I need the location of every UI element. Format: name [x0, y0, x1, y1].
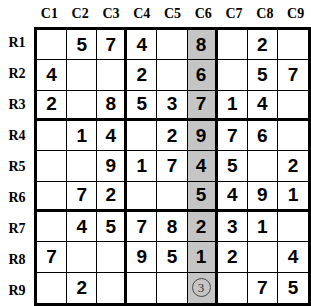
cell-R5C9[interactable]: 2: [278, 151, 308, 181]
cell-R2C4[interactable]: 2: [127, 60, 157, 90]
cell-R8C9[interactable]: 4: [278, 242, 308, 272]
cell-R9C1[interactable]: [37, 273, 67, 303]
row-label-R5: R5: [0, 151, 34, 182]
sudoku-diagram: C1C2C3C4C5C6C7C8C9 R1R2R3R4R5R6R7R8R9 57…: [0, 0, 311, 306]
cell-R2C5[interactable]: [157, 60, 187, 90]
cell-R8C2[interactable]: [67, 242, 97, 272]
cell-R4C4[interactable]: [127, 121, 157, 151]
row-label-R4: R4: [0, 120, 34, 151]
cell-R8C1[interactable]: 7: [37, 242, 67, 272]
col-label-C2: C2: [65, 0, 96, 27]
cell-R3C5[interactable]: 3: [157, 91, 187, 121]
cell-R1C1[interactable]: [37, 30, 67, 60]
cell-R9C4[interactable]: [127, 273, 157, 303]
row-label-R8: R8: [0, 244, 34, 275]
col-label-C6: C6: [188, 0, 219, 27]
row-label-R7: R7: [0, 213, 34, 244]
cell-R7C9[interactable]: [278, 212, 308, 242]
cell-R3C4[interactable]: 5: [127, 91, 157, 121]
col-label-C3: C3: [96, 0, 127, 27]
cell-R3C8[interactable]: 4: [248, 91, 278, 121]
cell-R1C4[interactable]: 4: [127, 30, 157, 60]
row-headers: R1R2R3R4R5R6R7R8R9: [0, 27, 34, 306]
row-label-R3: R3: [0, 89, 34, 120]
cell-R1C2[interactable]: 5: [67, 30, 97, 60]
cell-R1C3[interactable]: 7: [97, 30, 127, 60]
cell-R7C3[interactable]: 5: [97, 212, 127, 242]
cell-R9C3[interactable]: [97, 273, 127, 303]
cell-R7C6[interactable]: 2: [188, 212, 218, 242]
cell-R6C3[interactable]: 2: [97, 182, 127, 212]
cell-R1C7[interactable]: [218, 30, 248, 60]
cell-R2C6[interactable]: 6: [188, 60, 218, 90]
cell-R2C3[interactable]: [97, 60, 127, 90]
cell-R7C4[interactable]: 7: [127, 212, 157, 242]
cell-R1C9[interactable]: [278, 30, 308, 60]
cell-R4C9[interactable]: [278, 121, 308, 151]
cell-R4C1[interactable]: [37, 121, 67, 151]
cell-R6C4[interactable]: [127, 182, 157, 212]
column-headers: C1C2C3C4C5C6C7C8C9: [34, 0, 311, 27]
cell-R8C3[interactable]: [97, 242, 127, 272]
cell-R5C7[interactable]: 5: [218, 151, 248, 181]
cell-R9C6[interactable]: 3: [188, 273, 218, 303]
cell-R2C7[interactable]: [218, 60, 248, 90]
cell-R7C5[interactable]: 8: [157, 212, 187, 242]
cell-R3C1[interactable]: 2: [37, 91, 67, 121]
cell-R7C8[interactable]: 1: [248, 212, 278, 242]
cell-R5C2[interactable]: [67, 151, 97, 181]
col-label-C1: C1: [34, 0, 65, 27]
cell-R7C2[interactable]: 4: [67, 212, 97, 242]
cell-R8C8[interactable]: [248, 242, 278, 272]
cell-R2C2[interactable]: [67, 60, 97, 90]
cell-R6C7[interactable]: 4: [218, 182, 248, 212]
row-label-R9: R9: [0, 275, 34, 306]
cell-R2C9[interactable]: 7: [278, 60, 308, 90]
cell-R5C3[interactable]: 9: [97, 151, 127, 181]
cell-R9C9[interactable]: 5: [278, 273, 308, 303]
cell-R8C7[interactable]: 2: [218, 242, 248, 272]
cell-R6C6[interactable]: 5: [188, 182, 218, 212]
row-label-R6: R6: [0, 182, 34, 213]
sudoku-board: 5748242657285371414297691745272549145782…: [34, 27, 311, 306]
cell-R5C4[interactable]: 1: [127, 151, 157, 181]
cell-R8C6[interactable]: 1: [188, 242, 218, 272]
cell-R9C5[interactable]: [157, 273, 187, 303]
cell-R4C6[interactable]: 9: [188, 121, 218, 151]
cell-R3C2[interactable]: [67, 91, 97, 121]
cell-R5C1[interactable]: [37, 151, 67, 181]
cell-R3C3[interactable]: 8: [97, 91, 127, 121]
cell-R9C7[interactable]: [218, 273, 248, 303]
col-label-C8: C8: [249, 0, 280, 27]
cell-R3C7[interactable]: 1: [218, 91, 248, 121]
row-label-R1: R1: [0, 27, 34, 58]
cell-R4C3[interactable]: 4: [97, 121, 127, 151]
cell-R6C8[interactable]: 9: [248, 182, 278, 212]
cell-R7C7[interactable]: 3: [218, 212, 248, 242]
cell-R6C1[interactable]: [37, 182, 67, 212]
cell-R6C2[interactable]: 7: [67, 182, 97, 212]
col-label-C5: C5: [157, 0, 188, 27]
cell-R6C9[interactable]: 1: [278, 182, 308, 212]
cell-R4C2[interactable]: 1: [67, 121, 97, 151]
col-label-C7: C7: [219, 0, 250, 27]
cell-R9C8[interactable]: 7: [248, 273, 278, 303]
cell-R6C5[interactable]: [157, 182, 187, 212]
cell-R5C5[interactable]: 7: [157, 151, 187, 181]
cell-R4C7[interactable]: 7: [218, 121, 248, 151]
cell-R2C8[interactable]: 5: [248, 60, 278, 90]
cell-R5C6[interactable]: 4: [188, 151, 218, 181]
cell-R4C5[interactable]: 2: [157, 121, 187, 151]
col-label-C9: C9: [280, 0, 311, 27]
cell-R5C8[interactable]: [248, 151, 278, 181]
cell-R9C2[interactable]: 2: [67, 273, 97, 303]
cell-R4C8[interactable]: 6: [248, 121, 278, 151]
cell-R1C8[interactable]: 2: [248, 30, 278, 60]
cell-R3C6[interactable]: 7: [188, 91, 218, 121]
row-label-R2: R2: [0, 58, 34, 89]
cell-R8C5[interactable]: 5: [157, 242, 187, 272]
circled-digit: 3: [192, 278, 211, 297]
cell-R2C1[interactable]: 4: [37, 60, 67, 90]
cell-R8C4[interactable]: 9: [127, 242, 157, 272]
cell-R7C1[interactable]: [37, 212, 67, 242]
col-label-C4: C4: [126, 0, 157, 27]
cell-R1C5[interactable]: [157, 30, 187, 60]
cell-R1C6[interactable]: 8: [188, 30, 218, 60]
cell-R3C9[interactable]: [278, 91, 308, 121]
